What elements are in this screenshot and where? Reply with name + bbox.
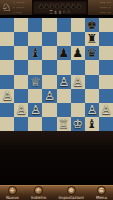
white-pawn-piece[interactable]: ♙ xyxy=(101,103,112,117)
engine-info-left: – –––– – –––– – ––– xyxy=(13,0,31,15)
square-f5[interactable] xyxy=(71,60,85,74)
white-pawn-piece[interactable]: ♙ xyxy=(72,75,83,89)
square-f2[interactable] xyxy=(71,103,85,117)
square-c5[interactable] xyxy=(28,60,42,74)
square-f1[interactable]: ♔ xyxy=(71,117,85,131)
square-e7[interactable] xyxy=(57,32,71,46)
nav-label-new: Nuovo xyxy=(6,196,19,200)
square-g1[interactable]: ♝ xyxy=(85,117,99,131)
square-d7[interactable] xyxy=(42,32,56,46)
black-bishop-piece[interactable]: ♝ xyxy=(86,117,97,131)
square-c3[interactable] xyxy=(28,89,42,103)
square-b1[interactable] xyxy=(14,117,28,131)
new-game-icon[interactable]: + xyxy=(8,186,17,195)
nav-label-menu: Menu xyxy=(96,196,107,200)
square-f4[interactable]: ♙ xyxy=(71,75,85,89)
square-b5[interactable] xyxy=(14,60,28,74)
white-pawn-piece[interactable]: ♙ xyxy=(58,75,69,89)
white-pawn-piece[interactable]: ♙ xyxy=(2,89,13,103)
square-g2[interactable]: ♙ xyxy=(85,103,99,117)
square-a7[interactable] xyxy=(0,32,14,46)
square-g7[interactable]: ♜ xyxy=(85,32,99,46)
square-c6[interactable]: ♝ xyxy=(28,46,42,60)
square-e8[interactable] xyxy=(57,18,71,32)
white-pawn-piece[interactable]: ♙ xyxy=(86,103,97,117)
square-c8[interactable] xyxy=(28,18,42,32)
square-a1[interactable] xyxy=(0,117,14,131)
square-e1[interactable]: ♖ xyxy=(57,117,71,131)
nav-label-settings: Impostazioni xyxy=(58,196,83,200)
app-window: ♘ – –––– – –––– – ––– ♟♟♞♞♟♟♟♟ ♖♗♗♘♘ –––… xyxy=(0,0,113,200)
square-d2[interactable] xyxy=(42,103,56,117)
square-b6[interactable] xyxy=(14,46,28,60)
square-f3[interactable] xyxy=(71,89,85,103)
white-pawn-piece[interactable]: ♙ xyxy=(16,103,27,117)
black-pawn-piece[interactable]: ♟ xyxy=(72,46,83,60)
square-h7[interactable] xyxy=(99,32,113,46)
square-c4[interactable]: ♕ xyxy=(28,75,42,89)
white-pawn-piece[interactable]: ♙ xyxy=(44,89,55,103)
square-c7[interactable] xyxy=(28,32,42,46)
black-queen-piece[interactable]: ♛ xyxy=(86,46,97,60)
square-a2[interactable] xyxy=(0,103,14,117)
square-b4[interactable] xyxy=(14,75,28,89)
square-b7[interactable] xyxy=(14,32,28,46)
square-c1[interactable] xyxy=(28,117,42,131)
square-b8[interactable] xyxy=(14,18,28,32)
square-b3[interactable] xyxy=(14,89,28,103)
square-f8[interactable] xyxy=(71,18,85,32)
lower-wood-panel xyxy=(0,131,113,185)
white-queen-piece[interactable]: ♕ xyxy=(30,75,41,89)
black-king-piece[interactable]: ♚ xyxy=(86,18,97,32)
captured-black-pieces: ♟♟♞♞♟♟♟♟ xyxy=(34,2,86,9)
square-e5[interactable] xyxy=(57,60,71,74)
square-g8[interactable]: ♚ xyxy=(85,18,99,32)
black-bishop-piece[interactable]: ♝ xyxy=(30,46,41,60)
engine-knight-icon: ♘ xyxy=(0,0,13,15)
square-d5[interactable] xyxy=(42,60,56,74)
square-e6[interactable]: ♟ xyxy=(57,46,71,60)
square-h3[interactable] xyxy=(99,89,113,103)
bottom-nav: + Nuovo ↶ Indietro ⚙ Impostazioni ☰ Menu xyxy=(0,185,113,200)
menu-icon[interactable]: ☰ xyxy=(97,186,106,195)
square-e3[interactable] xyxy=(57,89,71,103)
white-rook-piece[interactable]: ♖ xyxy=(58,117,69,131)
black-pawn-piece[interactable]: ♟ xyxy=(58,46,69,60)
nav-item-undo[interactable]: ↶ Indietro xyxy=(31,186,46,200)
nav-item-menu[interactable]: ☰ Menu xyxy=(96,186,107,200)
square-h5[interactable] xyxy=(99,60,113,74)
settings-icon[interactable]: ⚙ xyxy=(67,186,76,195)
square-d8[interactable] xyxy=(42,18,56,32)
square-d1[interactable] xyxy=(42,117,56,131)
app-header: ♘ – –––– – –––– – ––– ♟♟♞♞♟♟♟♟ ♖♗♗♘♘ –––… xyxy=(0,0,113,15)
square-d3[interactable]: ♙ xyxy=(42,89,56,103)
square-g5[interactable] xyxy=(85,60,99,74)
square-h2[interactable]: ♙ xyxy=(99,103,113,117)
square-f7[interactable] xyxy=(71,32,85,46)
square-g3[interactable] xyxy=(85,89,99,103)
square-a3[interactable]: ♙ xyxy=(0,89,14,103)
square-a5[interactable] xyxy=(0,60,14,74)
white-pawn-piece[interactable]: ♙ xyxy=(30,103,41,117)
square-h8[interactable] xyxy=(99,18,113,32)
nav-label-undo: Indietro xyxy=(31,196,46,200)
square-d6[interactable] xyxy=(42,46,56,60)
square-h6[interactable] xyxy=(99,46,113,60)
square-a4[interactable] xyxy=(0,75,14,89)
captured-pieces-tray: ♟♟♞♞♟♟♟♟ ♖♗♗♘♘ xyxy=(32,0,88,15)
square-g6[interactable]: ♛ xyxy=(85,46,99,60)
square-f6[interactable]: ♟ xyxy=(71,46,85,60)
undo-icon[interactable]: ↶ xyxy=(34,186,43,195)
square-a6[interactable] xyxy=(0,46,14,60)
square-e4[interactable]: ♙ xyxy=(57,75,71,89)
square-a8[interactable] xyxy=(0,18,14,32)
chess-board: ♚♜♝♟♟♛♕♙♙♙♙♙♙♙♙♖♔♝ xyxy=(0,18,113,131)
square-g4[interactable] xyxy=(85,75,99,89)
square-b2[interactable]: ♙ xyxy=(14,103,28,117)
captured-black-piece: ♟ xyxy=(76,2,81,9)
black-rook-piece[interactable]: ♜ xyxy=(86,32,97,46)
square-d4[interactable] xyxy=(42,75,56,89)
square-h4[interactable] xyxy=(99,75,113,89)
white-king-piece[interactable]: ♔ xyxy=(72,117,83,131)
square-e2[interactable] xyxy=(57,103,71,117)
engine-info-right: ––– –– –––– – ––– –– xyxy=(91,0,111,15)
square-h1[interactable] xyxy=(99,117,113,131)
square-c2[interactable]: ♙ xyxy=(28,103,42,117)
nav-item-settings[interactable]: ⚙ Impostazioni xyxy=(58,186,83,200)
nav-item-new[interactable]: + Nuovo xyxy=(6,186,19,200)
